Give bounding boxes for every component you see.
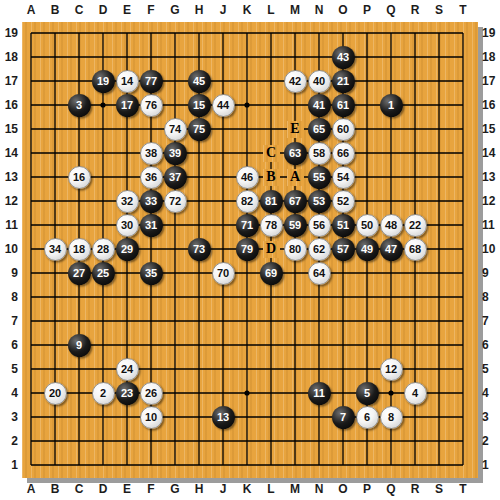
stone-black-11: 11 [308,382,331,405]
coord-right-1: 1 [482,458,500,472]
coord-left-4: 4 [0,386,18,400]
coord-left-11: 11 [0,218,18,232]
stone-black-67: 67 [284,190,307,213]
stone-black-73: 73 [188,238,211,261]
stone-white-76: 76 [140,94,163,117]
coord-bottom-P: P [357,482,377,496]
stone-black-23: 23 [116,382,139,405]
point-label-A: A [287,169,304,186]
coord-right-7: 7 [482,314,500,328]
stone-white-2: 2 [92,382,115,405]
coord-left-10: 10 [0,242,18,256]
coord-bottom-H: H [189,482,209,496]
stone-white-78: 78 [260,214,283,237]
stone-white-32: 32 [116,190,139,213]
stone-black-19: 19 [92,70,115,93]
stone-white-52: 52 [332,190,355,213]
stone-white-28: 28 [92,238,115,261]
coord-right-14: 14 [482,146,500,160]
stone-white-20: 20 [44,382,67,405]
coord-top-J: J [213,3,233,17]
stone-white-6: 6 [356,406,379,429]
coord-top-R: R [405,3,425,17]
stone-white-82: 82 [236,190,259,213]
coord-right-11: 11 [482,218,500,232]
coord-right-9: 9 [482,266,500,280]
star-point-K4 [244,390,249,395]
stone-black-1: 1 [380,94,403,117]
stone-white-70: 70 [212,262,235,285]
stone-black-81: 81 [260,190,283,213]
stone-black-71: 71 [236,214,259,237]
stone-white-14: 14 [116,70,139,93]
stone-white-50: 50 [356,214,379,237]
coord-top-E: E [117,3,137,17]
stone-white-66: 66 [332,142,355,165]
coord-bottom-Q: Q [381,482,401,496]
coord-top-O: O [333,3,353,17]
coord-left-6: 6 [0,338,18,352]
stone-black-3: 3 [68,94,91,117]
stone-white-38: 38 [140,142,163,165]
stone-black-15: 15 [188,94,211,117]
coord-top-B: B [45,3,65,17]
coord-right-18: 18 [482,50,500,64]
coord-left-5: 5 [0,362,18,376]
stone-black-63: 63 [284,142,307,165]
coord-top-T: T [453,3,473,17]
coord-top-F: F [141,3,161,17]
stone-black-49: 49 [356,238,379,261]
stone-white-26: 26 [140,382,163,405]
stone-white-42: 42 [284,70,307,93]
coord-bottom-K: K [237,482,257,496]
coord-left-8: 8 [0,290,18,304]
coord-right-8: 8 [482,290,500,304]
stone-white-4: 4 [404,382,427,405]
point-label-B: B [263,169,280,186]
stone-black-47: 47 [380,238,403,261]
stone-black-35: 35 [140,262,163,285]
coord-top-D: D [93,3,113,17]
stone-black-55: 55 [308,166,331,189]
stone-black-75: 75 [188,118,211,141]
stone-white-72: 72 [164,190,187,213]
coord-top-L: L [261,3,281,17]
stone-black-9: 9 [68,334,91,357]
coord-left-18: 18 [0,50,18,64]
coord-bottom-E: E [117,482,137,496]
stone-white-64: 64 [308,262,331,285]
stone-black-43: 43 [332,46,355,69]
stone-white-48: 48 [380,214,403,237]
coord-top-C: C [69,3,89,17]
coord-right-2: 2 [482,434,500,448]
stone-white-34: 34 [44,238,67,261]
coord-top-P: P [357,3,377,17]
coord-bottom-C: C [69,482,89,496]
stone-black-39: 39 [164,142,187,165]
coord-top-M: M [285,3,305,17]
stone-black-45: 45 [188,70,211,93]
stone-white-68: 68 [404,238,427,261]
coord-left-2: 2 [0,434,18,448]
stone-white-60: 60 [332,118,355,141]
coord-left-1: 1 [0,458,18,472]
star-point-Q4 [388,390,393,395]
stone-white-36: 36 [140,166,163,189]
coord-right-12: 12 [482,194,500,208]
coord-top-H: H [189,3,209,17]
coord-left-15: 15 [0,122,18,136]
stone-black-17: 17 [116,94,139,117]
stone-white-10: 10 [140,406,163,429]
stone-black-57: 57 [332,238,355,261]
stone-white-44: 44 [212,94,235,117]
stone-black-29: 29 [116,238,139,261]
coord-right-3: 3 [482,410,500,424]
coord-right-19: 19 [482,26,500,40]
coord-left-17: 17 [0,74,18,88]
coord-bottom-L: L [261,482,281,496]
stone-white-16: 16 [68,166,91,189]
star-point-K16 [244,102,249,107]
stone-white-46: 46 [236,166,259,189]
coord-left-7: 7 [0,314,18,328]
coord-bottom-J: J [213,482,233,496]
coord-bottom-S: S [429,482,449,496]
coord-right-13: 13 [482,170,500,184]
coord-left-9: 9 [0,266,18,280]
coord-bottom-G: G [165,482,185,496]
coord-top-A: A [21,3,41,17]
coord-left-3: 3 [0,410,18,424]
coord-right-6: 6 [482,338,500,352]
stone-black-77: 77 [140,70,163,93]
stone-white-24: 24 [116,358,139,381]
coord-bottom-M: M [285,482,305,496]
stone-black-41: 41 [308,94,331,117]
coord-right-10: 10 [482,242,500,256]
coord-bottom-R: R [405,482,425,496]
stone-black-69: 69 [260,262,283,285]
goban[interactable]: ABCDE12345678910111213141516171819202122… [22,22,478,478]
coord-top-N: N [309,3,329,17]
star-point-D16 [100,102,105,107]
stone-white-62: 62 [308,238,331,261]
coord-right-4: 4 [482,386,500,400]
stone-white-12: 12 [380,358,403,381]
coord-left-13: 13 [0,170,18,184]
coord-top-G: G [165,3,185,17]
coord-bottom-B: B [45,482,65,496]
point-label-E: E [287,121,304,138]
stone-black-25: 25 [92,262,115,285]
stone-black-33: 33 [140,190,163,213]
coord-bottom-D: D [93,482,113,496]
stone-white-8: 8 [380,406,403,429]
stone-white-80: 80 [284,238,307,261]
stone-black-53: 53 [308,190,331,213]
stone-white-18: 18 [68,238,91,261]
stone-black-51: 51 [332,214,355,237]
stone-white-30: 30 [116,214,139,237]
stone-white-40: 40 [308,70,331,93]
coord-bottom-F: F [141,482,161,496]
coord-right-15: 15 [482,122,500,136]
stone-white-58: 58 [308,142,331,165]
stone-white-54: 54 [332,166,355,189]
stone-white-22: 22 [404,214,427,237]
point-label-C: C [263,145,280,162]
coord-bottom-N: N [309,482,329,496]
stone-black-21: 21 [332,70,355,93]
coord-left-19: 19 [0,26,18,40]
stone-black-65: 65 [308,118,331,141]
stone-black-27: 27 [68,262,91,285]
coord-left-12: 12 [0,194,18,208]
coord-bottom-T: T [453,482,473,496]
coord-right-5: 5 [482,362,500,376]
stone-black-79: 79 [236,238,259,261]
stone-white-74: 74 [164,118,187,141]
point-label-D: D [263,241,280,258]
coord-right-17: 17 [482,74,500,88]
stone-black-7: 7 [332,406,355,429]
coord-top-S: S [429,3,449,17]
stone-white-56: 56 [308,214,331,237]
coord-left-16: 16 [0,98,18,112]
stone-black-37: 37 [164,166,187,189]
coord-top-Q: Q [381,3,401,17]
stone-black-31: 31 [140,214,163,237]
stone-black-13: 13 [212,406,235,429]
stone-black-61: 61 [332,94,355,117]
coord-bottom-A: A [21,482,41,496]
go-board-diagram: ABCDE12345678910111213141516171819202122… [0,0,500,500]
coord-right-16: 16 [482,98,500,112]
coord-top-K: K [237,3,257,17]
coord-bottom-O: O [333,482,353,496]
coord-left-14: 14 [0,146,18,160]
stone-black-5: 5 [356,382,379,405]
stone-black-59: 59 [284,214,307,237]
